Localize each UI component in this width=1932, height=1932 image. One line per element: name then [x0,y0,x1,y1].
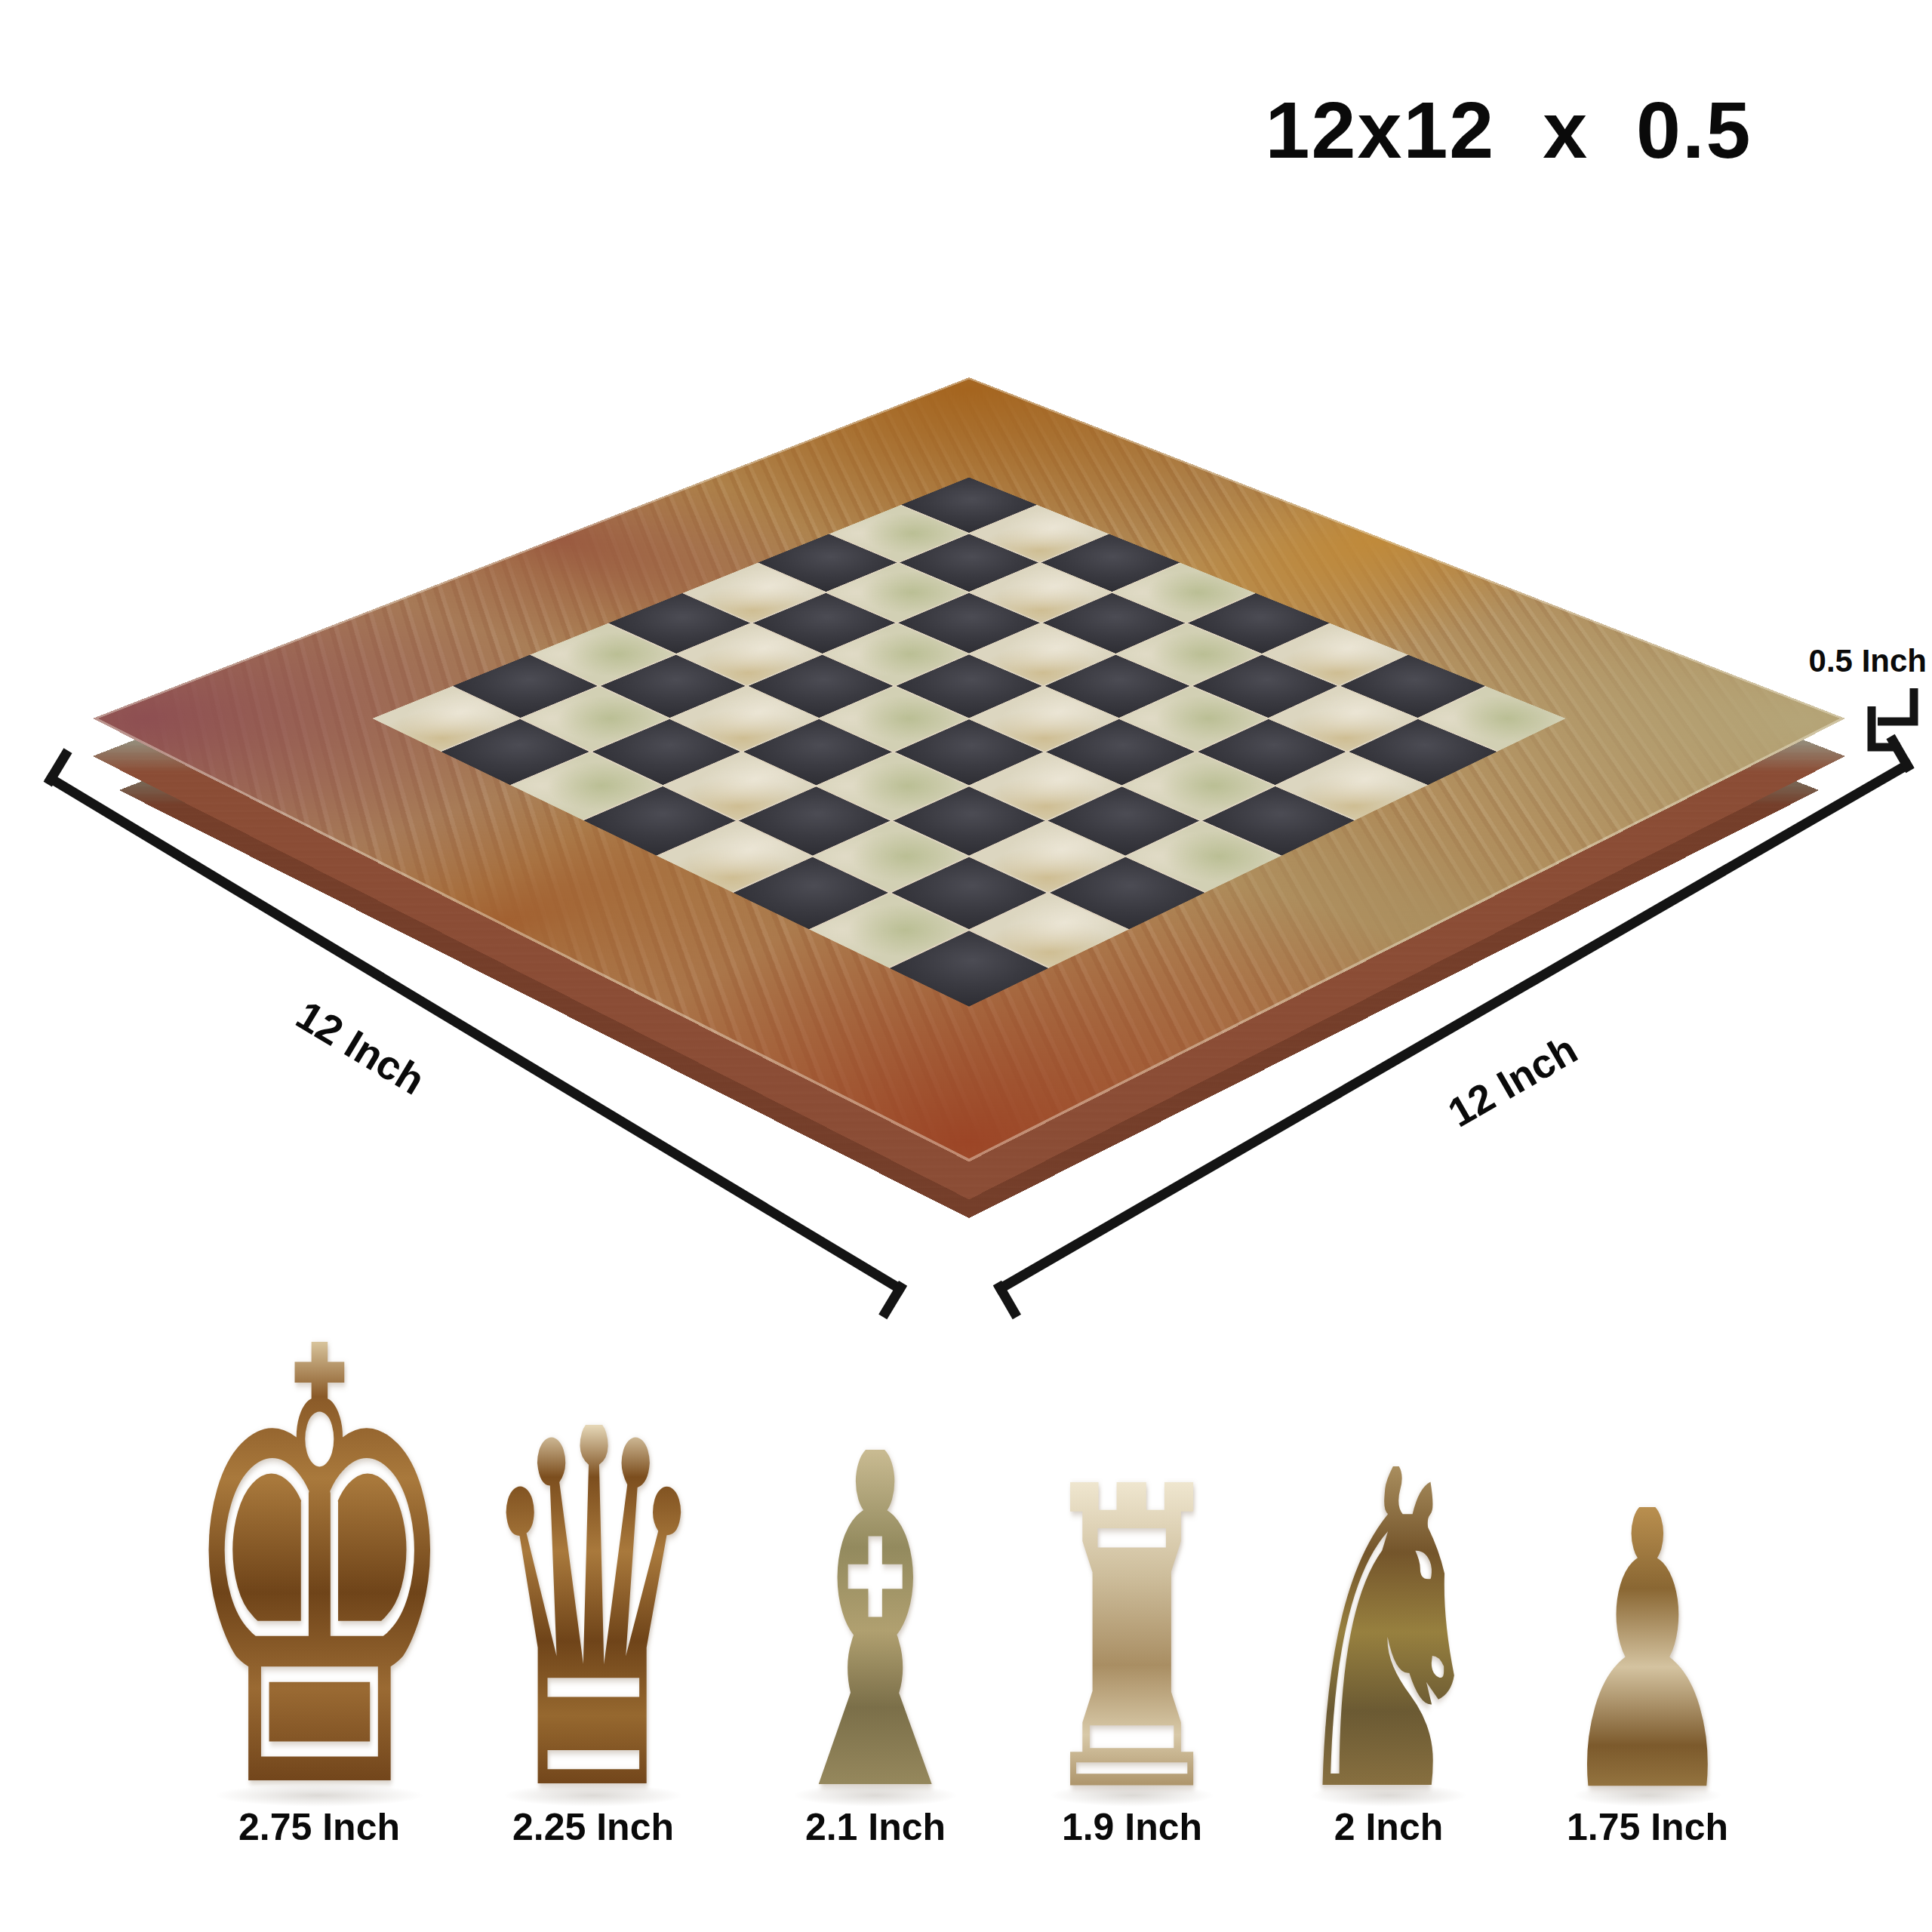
piece-label-bishop: 2.1 Inch [740,1805,1011,1849]
king-glyph: ♚ [177,1342,461,1798]
dimension-label-left: 12 Inch [227,943,494,1152]
piece-king: ♚ [161,1342,478,1798]
piece-label-pawn: 1.75 Inch [1512,1805,1783,1849]
pawn-glyph: ♟ [1557,1507,1737,1798]
rook-glyph: ♜ [1034,1482,1230,1798]
product-image: 12x12 x 0.5 12 Inch 12 Inch 0.5 Inch ♚ ♛… [0,0,1932,1932]
piece-label-queen: 2.25 Inch [457,1805,729,1849]
thickness-bracket-icon [1850,684,1926,767]
piece-label-knight: 2 Inch [1253,1805,1524,1849]
piece-queen: ♛ [435,1425,752,1798]
dimension-tick [878,1281,907,1319]
board-grid [372,478,1565,1007]
dimension-tick [44,748,72,786]
piece-label-king: 2.75 Inch [183,1805,455,1849]
bishop-glyph: ♝ [768,1450,984,1798]
thickness-label: 0.5 Inch [1764,643,1927,679]
piece-pawn: ♟ [1489,1507,1806,1798]
dimension-label-right: 12 Inch [1379,977,1646,1184]
page-title: 12x12 x 0.5 [1146,85,1871,176]
knight-glyph: ♞ [1285,1466,1491,1798]
dimension-tick [993,1281,1021,1320]
piece-label-rook: 1.9 Inch [996,1805,1268,1849]
queen-glyph: ♛ [477,1425,709,1798]
